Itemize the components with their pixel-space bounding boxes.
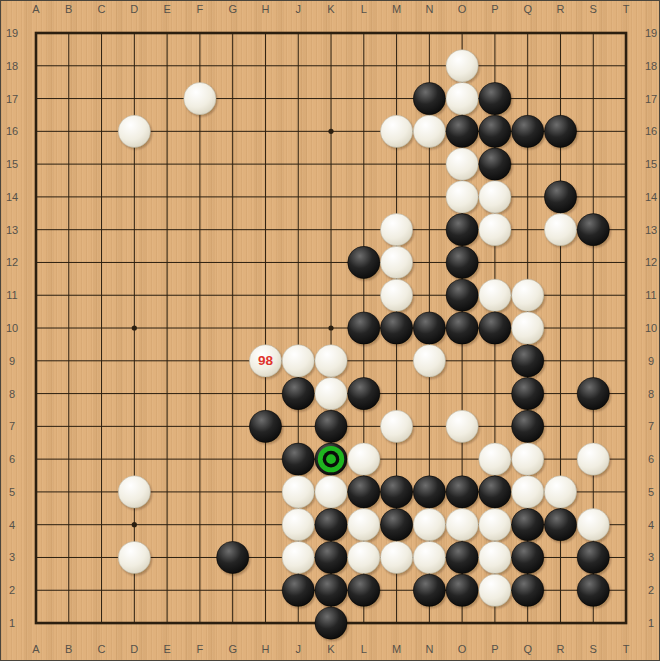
stone-white — [413, 115, 445, 147]
coord-label-bottom: C — [98, 643, 106, 655]
stone-black — [282, 377, 314, 409]
stone-white — [413, 509, 445, 541]
coord-label-bottom: Q — [523, 643, 532, 655]
stone-white — [446, 181, 478, 213]
stone-white — [413, 345, 445, 377]
coord-label-right: 11 — [645, 289, 656, 301]
stone-black — [380, 312, 412, 344]
coord-label-bottom: O — [458, 643, 467, 655]
stone-black — [577, 214, 609, 246]
stone-white — [184, 82, 216, 114]
coord-label-right: 5 — [648, 486, 654, 498]
stone-black — [315, 607, 347, 639]
move-number-label: 98 — [258, 353, 274, 368]
coord-label-top: H — [261, 3, 269, 15]
coord-label-bottom: H — [261, 643, 269, 655]
coord-label-top: B — [65, 3, 72, 15]
stone-white — [380, 410, 412, 442]
coord-label-top: S — [590, 3, 597, 15]
stone-black — [380, 476, 412, 508]
star-point — [328, 129, 333, 134]
coord-label-left: 14 — [6, 191, 18, 203]
coord-label-right: 19 — [645, 27, 657, 39]
stone-black — [446, 279, 478, 311]
stone-white — [479, 541, 511, 573]
stone-white — [348, 541, 380, 573]
coord-label-right: 12 — [645, 256, 657, 268]
stone-white — [512, 312, 544, 344]
stone-black — [315, 541, 347, 573]
coord-label-bottom: B — [65, 643, 72, 655]
coord-label-top: R — [557, 3, 565, 15]
stone-black — [282, 443, 314, 475]
stone-black — [413, 574, 445, 606]
stone-black — [446, 214, 478, 246]
stone-black — [446, 476, 478, 508]
coord-label-left: 1 — [9, 617, 15, 629]
coord-label-top: M — [392, 3, 401, 15]
stone-black — [577, 541, 609, 573]
stone-black — [348, 377, 380, 409]
coord-label-top: E — [163, 3, 170, 15]
coord-label-top: F — [197, 3, 204, 15]
coord-label-left: 18 — [6, 60, 18, 72]
stone-white — [577, 443, 609, 475]
stone-black — [446, 246, 478, 278]
stone-white — [479, 214, 511, 246]
stone-white — [315, 377, 347, 409]
stone-white — [512, 443, 544, 475]
stone-black — [446, 312, 478, 344]
coord-label-left: 10 — [6, 322, 18, 334]
star-point — [132, 522, 137, 527]
coord-label-bottom: G — [228, 643, 237, 655]
stone-white — [315, 476, 347, 508]
stone-white — [118, 476, 150, 508]
stone-black — [479, 82, 511, 114]
coord-label-right: 4 — [648, 519, 654, 531]
stone-black — [315, 410, 347, 442]
coord-label-left: 5 — [9, 486, 15, 498]
stone-white — [512, 476, 544, 508]
stone-white — [282, 509, 314, 541]
stone-white — [479, 181, 511, 213]
stone-white — [446, 148, 478, 180]
coord-label-bottom: S — [590, 643, 597, 655]
star-point — [328, 325, 333, 330]
coord-label-bottom: T — [623, 643, 630, 655]
stone-black — [446, 574, 478, 606]
stone-black — [479, 115, 511, 147]
stone-white — [380, 115, 412, 147]
stone-black — [348, 312, 380, 344]
coord-label-top: L — [361, 3, 367, 15]
stone-black — [348, 246, 380, 278]
stone-white — [577, 509, 609, 541]
stone-black — [446, 115, 478, 147]
coord-label-top: Q — [523, 3, 532, 15]
stones — [118, 50, 611, 641]
coord-label-right: 14 — [645, 191, 657, 203]
stone-black — [512, 541, 544, 573]
coord-label-left: 19 — [6, 27, 18, 39]
coord-label-bottom: R — [557, 643, 565, 655]
stone-white — [380, 541, 412, 573]
coord-label-bottom: F — [197, 643, 204, 655]
coord-label-right: 7 — [648, 420, 654, 432]
stone-black — [512, 509, 544, 541]
coord-label-left: 15 — [6, 158, 18, 170]
go-board[interactable]: 98 AABBCCDDEEFFGGHHJJKKLLMMNNOOPPQQRRSST… — [1, 1, 660, 661]
coord-label-bottom: J — [295, 643, 301, 655]
stone-black — [512, 410, 544, 442]
coord-label-top: N — [425, 3, 433, 15]
stone-black — [413, 312, 445, 344]
stone-white — [413, 541, 445, 573]
stone-white — [380, 214, 412, 246]
coord-label-left: 12 — [6, 256, 18, 268]
stone-white — [446, 509, 478, 541]
coord-label-bottom: N — [425, 643, 433, 655]
coord-label-bottom: L — [361, 643, 367, 655]
coord-label-right: 17 — [645, 93, 657, 105]
stone-black — [512, 115, 544, 147]
stone-white — [380, 279, 412, 311]
stone-white — [479, 279, 511, 311]
stone-white — [544, 214, 576, 246]
stone-white — [282, 345, 314, 377]
stone-white — [282, 476, 314, 508]
stone-white — [348, 443, 380, 475]
coord-label-right: 2 — [648, 584, 654, 596]
stone-white — [380, 246, 412, 278]
coord-label-top: A — [32, 3, 40, 15]
coord-label-bottom: K — [327, 643, 335, 655]
coord-label-right: 3 — [648, 551, 654, 563]
stone-black — [348, 574, 380, 606]
stone-black — [512, 377, 544, 409]
stone-white — [282, 541, 314, 573]
coord-label-top: T — [623, 3, 630, 15]
stone-white — [315, 345, 347, 377]
coord-label-left: 9 — [9, 355, 15, 367]
stone-black — [512, 345, 544, 377]
coord-label-top: P — [491, 3, 498, 15]
coord-label-left: 8 — [9, 388, 15, 400]
coord-label-left: 4 — [9, 519, 15, 531]
stone-white — [479, 574, 511, 606]
stone-black — [413, 476, 445, 508]
stone-black — [479, 476, 511, 508]
coord-label-left: 16 — [6, 125, 18, 137]
stone-black — [348, 476, 380, 508]
stone-black — [282, 574, 314, 606]
coord-label-bottom: E — [163, 643, 170, 655]
star-point — [132, 325, 137, 330]
stone-black — [217, 541, 249, 573]
coord-label-left: 7 — [9, 420, 15, 432]
coord-label-left: 6 — [9, 453, 15, 465]
coord-label-left: 11 — [6, 289, 17, 301]
coord-label-top: K — [327, 3, 335, 15]
stone-black — [479, 312, 511, 344]
coord-label-top: C — [98, 3, 106, 15]
coord-label-right: 13 — [645, 224, 657, 236]
coord-label-left: 3 — [9, 551, 15, 563]
stone-black — [544, 509, 576, 541]
stone-black — [577, 377, 609, 409]
coord-label-bottom: D — [130, 643, 138, 655]
coord-label-bottom: A — [32, 643, 40, 655]
stone-black — [315, 509, 347, 541]
go-board-frame: 98 AABBCCDDEEFFGGHHJJKKLLMMNNOOPPQQRRSST… — [0, 0, 660, 661]
stone-black — [479, 148, 511, 180]
last-move-marker-dot — [326, 454, 336, 464]
coord-label-left: 13 — [6, 224, 18, 236]
coord-label-right: 8 — [648, 388, 654, 400]
coord-label-top: G — [228, 3, 237, 15]
coord-label-left: 17 — [6, 93, 18, 105]
coord-label-bottom: P — [491, 643, 498, 655]
stone-black — [544, 115, 576, 147]
stone-black — [446, 541, 478, 573]
stone-white — [479, 509, 511, 541]
coord-label-right: 15 — [645, 158, 657, 170]
coord-label-right: 10 — [645, 322, 657, 334]
coord-label-top: D — [130, 3, 138, 15]
stone-white — [118, 115, 150, 147]
stone-black — [380, 509, 412, 541]
coord-label-right: 1 — [648, 617, 654, 629]
stone-black — [512, 574, 544, 606]
coord-label-bottom: M — [392, 643, 401, 655]
stone-white — [118, 541, 150, 573]
stone-white — [544, 476, 576, 508]
stone-black — [544, 181, 576, 213]
coord-label-right: 6 — [648, 453, 654, 465]
stone-black — [413, 82, 445, 114]
stone-black — [577, 574, 609, 606]
stone-white — [348, 509, 380, 541]
stone-white — [446, 82, 478, 114]
stone-black — [315, 574, 347, 606]
stone-white — [479, 443, 511, 475]
coord-label-top: J — [295, 3, 301, 15]
stone-white — [512, 279, 544, 311]
stone-white — [446, 410, 478, 442]
stone-black — [249, 410, 281, 442]
coord-label-right: 18 — [645, 60, 657, 72]
coord-label-right: 9 — [648, 355, 654, 367]
coord-label-right: 16 — [645, 125, 657, 137]
coord-label-top: O — [458, 3, 467, 15]
coord-label-left: 2 — [9, 584, 15, 596]
stone-white — [446, 50, 478, 82]
